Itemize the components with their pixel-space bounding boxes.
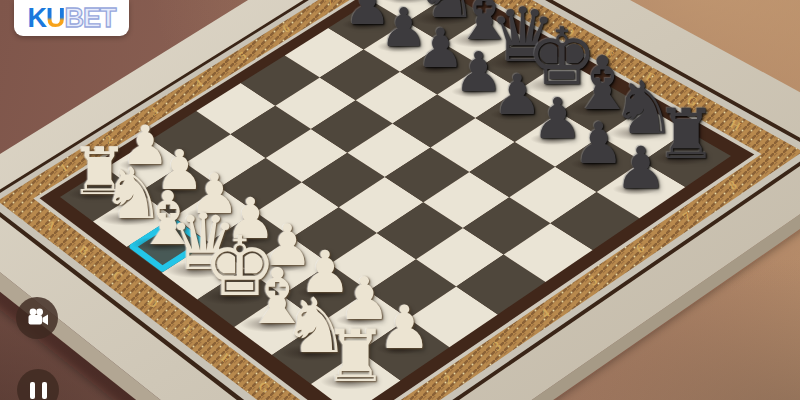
game-screen: AABBCCDDEEFFGGHH1122334455667788 ♜♞♝♛♚♝♞…: [0, 0, 800, 400]
piece-black-pawn-h7[interactable]: ♟: [615, 140, 667, 198]
pause-icon: [30, 382, 47, 399]
piece-white-rook-h1[interactable]: ♜: [323, 320, 388, 392]
camera-button[interactable]: [16, 297, 58, 339]
video-camera-icon: [24, 306, 50, 330]
logo-text-bet: BET: [65, 3, 116, 34]
logo-text-u: U: [46, 3, 65, 34]
kubet-logo: KUBET: [14, 0, 129, 36]
logo-text-k: K: [28, 3, 47, 34]
